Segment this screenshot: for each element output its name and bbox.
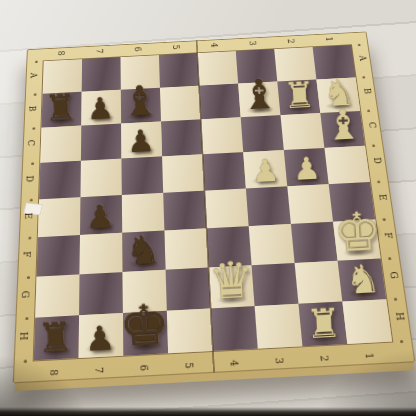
square-b5[interactable] bbox=[160, 86, 201, 122]
square-g1[interactable]: ♞ bbox=[338, 259, 387, 302]
square-g4[interactable]: ♛ bbox=[209, 265, 255, 308]
square-c2[interactable] bbox=[280, 113, 324, 150]
square-f8[interactable] bbox=[37, 235, 80, 277]
white-pawn-d2-piece[interactable]: ♟ bbox=[292, 153, 321, 184]
square-c4[interactable] bbox=[201, 117, 243, 154]
square-f1[interactable]: ♚ bbox=[333, 220, 381, 261]
rank-label-bottom-4: 4 bbox=[228, 357, 240, 369]
square-g7[interactable] bbox=[79, 272, 123, 315]
black-pawn-b7-piece[interactable]: ♟ bbox=[86, 94, 114, 124]
square-b7[interactable]: ♟ bbox=[81, 90, 121, 126]
square-e4[interactable] bbox=[205, 188, 249, 228]
square-d3[interactable]: ♟ bbox=[243, 150, 287, 188]
square-c8[interactable] bbox=[40, 126, 81, 163]
square-b8[interactable]: ♜ bbox=[41, 92, 81, 128]
square-f5[interactable] bbox=[164, 228, 208, 269]
rank-label-top-7: 7 bbox=[95, 47, 105, 55]
square-h2[interactable]: ♜ bbox=[298, 302, 347, 347]
black-rook-b8-piece[interactable]: ♜ bbox=[44, 90, 78, 125]
black-bishop-b6-piece[interactable]: ♝ bbox=[121, 81, 160, 121]
board-grid: ♜♟♝♝♜♞♟♝♟♟♟♞♚♛♞♜♟♚♜ bbox=[34, 45, 392, 360]
square-h8[interactable]: ♜ bbox=[34, 315, 79, 360]
white-knight-g1-piece[interactable]: ♞ bbox=[344, 260, 381, 299]
black-pawn-h7-piece[interactable]: ♟ bbox=[84, 322, 116, 355]
square-g8[interactable] bbox=[35, 274, 79, 317]
rank-label-top-8: 8 bbox=[56, 49, 66, 57]
square-d4[interactable] bbox=[203, 152, 246, 190]
square-d8[interactable] bbox=[39, 161, 81, 200]
square-b6[interactable]: ♝ bbox=[121, 88, 161, 124]
square-b3[interactable]: ♝ bbox=[238, 82, 280, 118]
square-e8[interactable] bbox=[38, 197, 81, 237]
file-label-left-B: B bbox=[27, 104, 37, 113]
square-h1[interactable] bbox=[342, 299, 392, 344]
black-pawn-c6-piece[interactable]: ♟ bbox=[127, 126, 156, 156]
square-a5[interactable] bbox=[159, 53, 199, 88]
square-e2[interactable] bbox=[287, 184, 333, 224]
white-bishop-c1-piece[interactable]: ♝ bbox=[324, 105, 363, 146]
white-queen-g4-piece[interactable]: ♛ bbox=[207, 256, 255, 306]
square-d7[interactable] bbox=[80, 159, 121, 198]
white-pawn-d3-piece[interactable]: ♟ bbox=[251, 156, 280, 187]
rank-label-top-4: 4 bbox=[209, 41, 219, 49]
black-pawn-e7-piece[interactable]: ♟ bbox=[85, 201, 115, 232]
black-king-h6-piece[interactable]: ♚ bbox=[118, 298, 171, 353]
square-b2[interactable]: ♜ bbox=[277, 79, 320, 115]
square-e5[interactable] bbox=[163, 191, 206, 231]
bottom-shadow bbox=[0, 407, 416, 416]
square-e3[interactable] bbox=[246, 186, 291, 226]
black-rook-h8-piece[interactable]: ♜ bbox=[36, 318, 74, 358]
black-knight-f6-piece[interactable]: ♞ bbox=[125, 232, 162, 270]
black-bishop-b3-piece[interactable]: ♝ bbox=[240, 75, 279, 115]
square-g3[interactable] bbox=[252, 263, 299, 306]
square-b4[interactable] bbox=[199, 84, 241, 120]
frame-dot bbox=[362, 76, 365, 79]
square-h7[interactable]: ♟ bbox=[79, 313, 124, 358]
square-e7[interactable]: ♟ bbox=[80, 195, 122, 235]
square-f3[interactable] bbox=[249, 224, 295, 265]
square-c1[interactable]: ♝ bbox=[320, 111, 365, 148]
square-h4[interactable] bbox=[211, 306, 258, 351]
rank-label-top-6: 6 bbox=[133, 45, 143, 53]
rank-label-bottom-2: 2 bbox=[318, 353, 330, 365]
white-rook-h2-piece[interactable]: ♜ bbox=[305, 304, 343, 344]
rank-label-bottom-6: 6 bbox=[138, 362, 149, 374]
square-f6[interactable]: ♞ bbox=[122, 231, 165, 273]
frame-dot bbox=[358, 44, 361, 47]
white-rook-b2-piece[interactable]: ♜ bbox=[282, 78, 316, 113]
rank-label-top-2: 2 bbox=[286, 37, 296, 45]
rank-label-top-5: 5 bbox=[171, 43, 181, 51]
square-h6[interactable]: ♚ bbox=[123, 311, 168, 356]
rank-label-top-3: 3 bbox=[247, 39, 257, 47]
white-king-f1-piece[interactable]: ♚ bbox=[332, 206, 383, 259]
square-a7[interactable] bbox=[82, 57, 121, 92]
chess-board: ♜♟♝♝♜♞♟♝♟♟♟♞♚♛♞♜♟♚♜ AABBCCDDEEFFGGHH8877… bbox=[13, 32, 416, 384]
square-c7[interactable] bbox=[81, 124, 122, 161]
square-c5[interactable] bbox=[161, 119, 203, 156]
square-h3[interactable] bbox=[255, 304, 303, 349]
square-f7[interactable] bbox=[80, 233, 123, 275]
square-f2[interactable] bbox=[291, 222, 338, 263]
square-h5[interactable] bbox=[167, 308, 213, 353]
square-c6[interactable]: ♟ bbox=[121, 121, 162, 158]
